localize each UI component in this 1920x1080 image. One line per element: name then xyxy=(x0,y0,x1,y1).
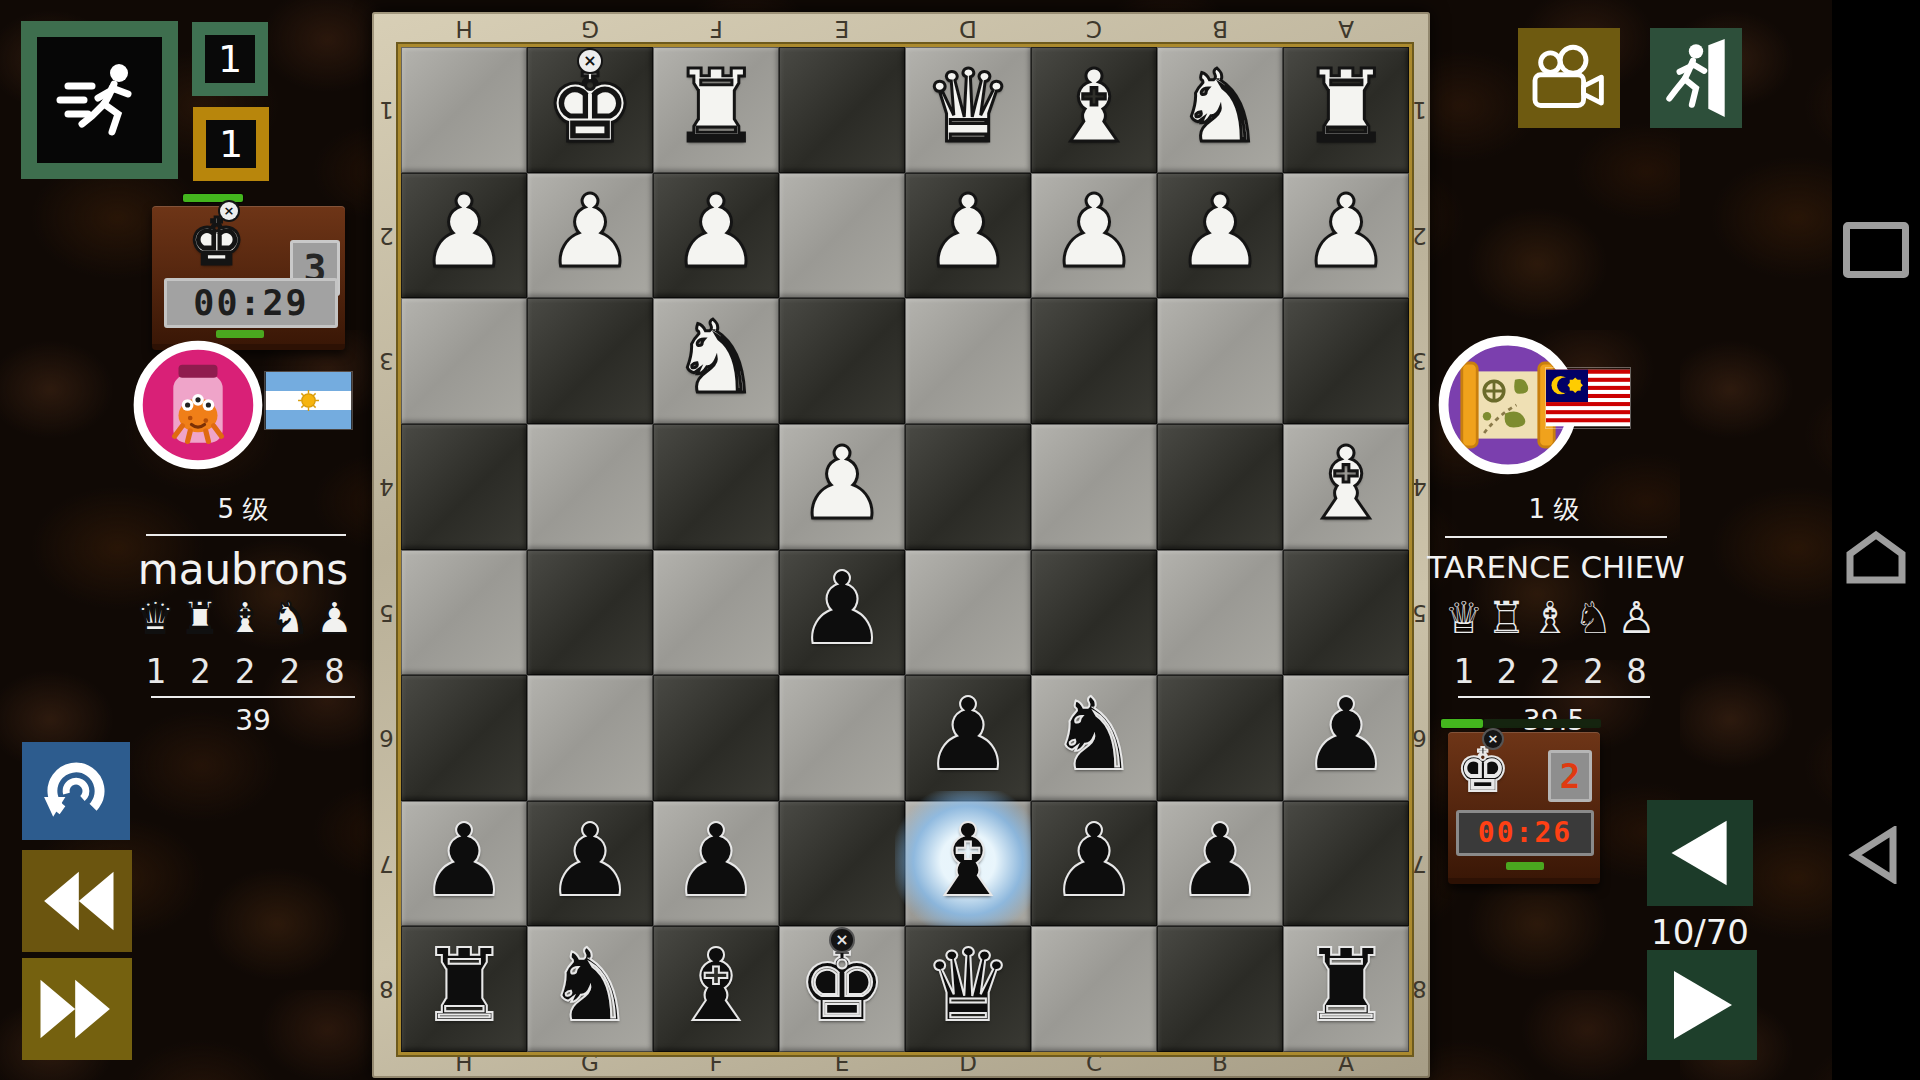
square-f2[interactable]: ♟ xyxy=(653,173,779,299)
square-a8[interactable]: ♜ xyxy=(1283,926,1409,1052)
chess-app-screen: HGFEDCBA HGFEDCBA 12345678 12345678 ♚×♜♛… xyxy=(0,0,1920,1080)
square-a4[interactable]: ♝ xyxy=(1283,424,1409,550)
rank-label: 6 xyxy=(372,675,401,801)
speed-mode-button[interactable] xyxy=(21,21,178,179)
square-h4[interactable] xyxy=(401,424,527,550)
file-label: A xyxy=(1283,1050,1409,1076)
captured-piece-count: 8 xyxy=(312,652,357,690)
captured-piece-count: 2 xyxy=(267,652,312,690)
square-h8[interactable]: ♜ xyxy=(401,926,527,1052)
square-f3[interactable]: ♞ xyxy=(653,298,779,424)
rank-label: 2 xyxy=(1409,173,1430,299)
right-clock-move-counter: 2 xyxy=(1548,750,1592,802)
rank-label: 7 xyxy=(1409,801,1430,927)
square-e3[interactable] xyxy=(779,298,905,424)
square-a7[interactable] xyxy=(1283,801,1409,927)
piece-bP-e5: ♟ xyxy=(797,559,887,659)
file-label: G xyxy=(527,1050,653,1076)
piece-bP-h7: ♟ xyxy=(419,811,509,911)
piece-bP-b7: ♟ xyxy=(1175,811,1265,911)
piece-bP-a6: ♟ xyxy=(1301,685,1391,785)
file-label: D xyxy=(905,1050,1031,1076)
square-f6[interactable] xyxy=(653,675,779,801)
square-a2[interactable]: ♟ xyxy=(1283,173,1409,299)
square-a3[interactable] xyxy=(1283,298,1409,424)
rotate-icon xyxy=(38,753,114,829)
argentina-flag xyxy=(265,372,352,429)
exit-door-icon xyxy=(1664,37,1728,119)
file-label: G xyxy=(527,16,653,42)
fast-backward-icon xyxy=(35,865,119,937)
captured-piece-glyph: ♖ xyxy=(1485,592,1528,644)
king-status-icon: × xyxy=(579,50,601,72)
square-e1[interactable] xyxy=(779,47,905,173)
right-captured-pieces: ♕♖♗♘♙ xyxy=(1442,592,1658,644)
square-b8[interactable] xyxy=(1157,926,1283,1052)
counter-gold: 1 xyxy=(193,107,269,181)
file-label: C xyxy=(1031,1050,1157,1076)
rank-label: 8 xyxy=(372,926,401,1052)
piece-wB-c1: ♝ xyxy=(1049,57,1139,157)
right-captured-counts: 12228 xyxy=(1442,652,1658,690)
fast-forward-icon xyxy=(35,973,119,1045)
square-d5[interactable] xyxy=(905,550,1031,676)
board-files-bottom: HGFEDCBA xyxy=(401,1050,1409,1076)
square-h1[interactable] xyxy=(401,47,527,173)
piece-wN-b1: ♞ xyxy=(1175,57,1265,157)
captured-piece-glyph: ♜ xyxy=(178,592,223,644)
piece-wP-c2: ♟ xyxy=(1049,182,1139,282)
square-d7[interactable]: ♝ xyxy=(905,801,1031,927)
square-e6[interactable] xyxy=(779,675,905,801)
piece-bB-d7: ♝ xyxy=(923,811,1013,911)
running-speed-icon xyxy=(52,58,148,142)
rank-label: 1 xyxy=(1409,47,1430,173)
rank-label: 4 xyxy=(372,424,401,550)
right-player-level: 1 级 xyxy=(1454,492,1654,527)
counter-green: 1 xyxy=(192,22,268,96)
right-clock-progress-bar xyxy=(1441,719,1483,728)
square-d4[interactable] xyxy=(905,424,1031,550)
move-counter: 10/70 xyxy=(1640,912,1760,952)
square-c5[interactable] xyxy=(1031,550,1157,676)
left-player-name: maubrons xyxy=(103,545,383,594)
square-g1[interactable]: ♚× xyxy=(527,47,653,173)
square-f1[interactable]: ♜ xyxy=(653,47,779,173)
captured-piece-count: 2 xyxy=(1485,652,1528,690)
piece-bB-f8: ♝ xyxy=(671,936,761,1036)
square-c7[interactable]: ♟ xyxy=(1031,801,1157,927)
square-c6[interactable]: ♞ xyxy=(1031,675,1157,801)
captured-piece-glyph: ♘ xyxy=(1572,592,1615,644)
divider xyxy=(151,696,355,698)
left-clock-progress-bar xyxy=(183,194,243,202)
recents-icon[interactable] xyxy=(1843,222,1909,278)
board-files-top: HGFEDCBA xyxy=(401,16,1409,42)
piece-bR-h8: ♜ xyxy=(419,936,509,1036)
next-move-button[interactable] xyxy=(1647,950,1757,1060)
king-status-icon: × xyxy=(1484,730,1502,748)
piece-bP-c7: ♟ xyxy=(1049,811,1139,911)
file-label: B xyxy=(1157,16,1283,42)
camera-icon xyxy=(1530,44,1608,112)
piece-wP-g2: ♟ xyxy=(545,182,635,282)
piece-wP-b2: ♟ xyxy=(1175,182,1265,282)
left-player-clock: ♚ × 3 00:29 xyxy=(152,206,345,350)
left-player-score: 39 xyxy=(151,704,355,737)
rank-label: 3 xyxy=(372,298,401,424)
file-label: C xyxy=(1031,16,1157,42)
home-icon[interactable] xyxy=(1844,528,1908,586)
square-e2[interactable] xyxy=(779,173,905,299)
piece-wP-a2: ♟ xyxy=(1301,182,1391,282)
divider xyxy=(1445,536,1667,538)
square-f5[interactable] xyxy=(653,550,779,676)
king-status-icon: × xyxy=(831,929,853,951)
captured-piece-count: 2 xyxy=(178,652,223,690)
square-e4[interactable]: ♟ xyxy=(779,424,905,550)
piece-bR-a8: ♜ xyxy=(1301,936,1391,1036)
square-c2[interactable]: ♟ xyxy=(1031,173,1157,299)
piece-wQ-d1: ♛ xyxy=(923,57,1013,157)
previous-move-button[interactable] xyxy=(1647,800,1753,906)
captured-piece-count: 1 xyxy=(133,652,178,690)
captured-piece-count: 2 xyxy=(1572,652,1615,690)
black-king-clock-icon: ♚ xyxy=(1456,740,1510,800)
file-label: A xyxy=(1283,16,1409,42)
square-f4[interactable] xyxy=(653,424,779,550)
chess-board: HGFEDCBA HGFEDCBA 12345678 12345678 ♚×♜♛… xyxy=(372,12,1430,1078)
square-a5[interactable] xyxy=(1283,550,1409,676)
piece-wP-e4: ♟ xyxy=(797,434,887,534)
right-player-name: TARENCE CHIEW xyxy=(1420,549,1692,585)
square-g8[interactable]: ♞ xyxy=(527,926,653,1052)
square-g3[interactable] xyxy=(527,298,653,424)
left-clock-led xyxy=(216,330,264,338)
captured-piece-count: 8 xyxy=(1615,652,1658,690)
divider xyxy=(1458,696,1650,698)
captured-piece-glyph: ♟ xyxy=(312,592,357,644)
square-c3[interactable] xyxy=(1031,298,1157,424)
exit-button[interactable] xyxy=(1650,28,1742,128)
piece-bP-d6: ♟ xyxy=(923,685,1013,785)
square-d1[interactable]: ♛ xyxy=(905,47,1031,173)
captured-piece-glyph: ♞ xyxy=(267,592,312,644)
right-clock-time: 00:26 xyxy=(1456,810,1594,856)
square-f7[interactable]: ♟ xyxy=(653,801,779,927)
file-label: H xyxy=(401,16,527,42)
square-e8[interactable]: ♚× xyxy=(779,926,905,1052)
square-g5[interactable] xyxy=(527,550,653,676)
piece-bP-g7: ♟ xyxy=(545,811,635,911)
square-g2[interactable]: ♟ xyxy=(527,173,653,299)
square-g4[interactable] xyxy=(527,424,653,550)
record-video-button[interactable] xyxy=(1518,28,1620,128)
file-label: H xyxy=(401,1050,527,1076)
file-label: F xyxy=(653,16,779,42)
play-next-move-icon xyxy=(1662,965,1742,1045)
square-c4[interactable] xyxy=(1031,424,1157,550)
left-player-level: 5 级 xyxy=(143,492,343,527)
file-label: F xyxy=(653,1050,779,1076)
square-g7[interactable]: ♟ xyxy=(527,801,653,927)
rewind-button[interactable] xyxy=(22,850,132,952)
file-label: B xyxy=(1157,1050,1283,1076)
square-d3[interactable] xyxy=(905,298,1031,424)
square-e5[interactable]: ♟ xyxy=(779,550,905,676)
piece-bN-g8: ♞ xyxy=(545,936,635,1036)
previous-move-icon xyxy=(1662,815,1738,891)
rank-label: 2 xyxy=(372,173,401,299)
square-h2[interactable]: ♟ xyxy=(401,173,527,299)
piece-wR-a1: ♜ xyxy=(1301,57,1391,157)
square-b5[interactable] xyxy=(1157,550,1283,676)
square-e7[interactable] xyxy=(779,801,905,927)
file-label: E xyxy=(779,1050,905,1076)
piece-bP-f7: ♟ xyxy=(671,811,761,911)
square-b7[interactable]: ♟ xyxy=(1157,801,1283,927)
left-captured-pieces: ♛♜♝♞♟ xyxy=(133,592,357,644)
square-h6[interactable] xyxy=(401,675,527,801)
left-player-avatar[interactable] xyxy=(133,340,263,470)
piece-bQ-d8: ♛ xyxy=(923,936,1013,1036)
rank-label: 3 xyxy=(1409,298,1430,424)
king-status-icon: × xyxy=(220,202,238,220)
square-b1[interactable]: ♞ xyxy=(1157,47,1283,173)
square-h7[interactable]: ♟ xyxy=(401,801,527,927)
square-d8[interactable]: ♛ xyxy=(905,926,1031,1052)
square-b3[interactable] xyxy=(1157,298,1283,424)
divider xyxy=(146,534,346,536)
rotate-board-button[interactable] xyxy=(22,742,130,840)
rank-label: 7 xyxy=(372,801,401,927)
malaysia-flag xyxy=(1546,368,1630,428)
captured-piece-glyph: ♕ xyxy=(1442,592,1485,644)
square-c1[interactable]: ♝ xyxy=(1031,47,1157,173)
square-c8[interactable] xyxy=(1031,926,1157,1052)
captured-piece-glyph: ♝ xyxy=(223,592,268,644)
rank-label: 1 xyxy=(372,47,401,173)
captured-piece-count: 1 xyxy=(1442,652,1485,690)
captured-piece-glyph: ♛ xyxy=(133,592,178,644)
piece-wR-f1: ♜ xyxy=(671,57,761,157)
square-f8[interactable]: ♝ xyxy=(653,926,779,1052)
captured-piece-count: 2 xyxy=(223,652,268,690)
square-b2[interactable]: ♟ xyxy=(1157,173,1283,299)
square-d2[interactable]: ♟ xyxy=(905,173,1031,299)
square-b4[interactable] xyxy=(1157,424,1283,550)
square-a1[interactable]: ♜ xyxy=(1283,47,1409,173)
android-navigation-bar xyxy=(1832,0,1920,1080)
white-king-clock-icon: ♚ xyxy=(188,210,245,274)
file-label: E xyxy=(779,16,905,42)
piece-wP-d2: ♟ xyxy=(923,182,1013,282)
piece-wN-f3: ♞ xyxy=(671,308,761,408)
rank-label: 6 xyxy=(1409,675,1430,801)
square-b6[interactable] xyxy=(1157,675,1283,801)
piece-bN-c6: ♞ xyxy=(1049,685,1139,785)
board-squares: ♚×♜♛♝♞♜♟♟♟♟♟♟♟♞♟♝♟♟♞♟♟♟♟♝♟♟♜♞♝♚×♛♜ xyxy=(401,47,1409,1052)
piece-wB-a4: ♝ xyxy=(1301,434,1391,534)
right-clock-led xyxy=(1506,862,1544,870)
captured-piece-count: 2 xyxy=(1528,652,1571,690)
back-icon[interactable] xyxy=(1847,826,1905,884)
left-clock-time: 00:29 xyxy=(164,278,338,328)
right-player-clock: ♚ × 2 00:26 xyxy=(1448,732,1600,884)
rank-label: 4 xyxy=(1409,424,1430,550)
square-h5[interactable] xyxy=(401,550,527,676)
captured-piece-glyph: ♙ xyxy=(1615,592,1658,644)
piece-wP-f2: ♟ xyxy=(671,182,761,282)
square-d6[interactable]: ♟ xyxy=(905,675,1031,801)
square-a6[interactable]: ♟ xyxy=(1283,675,1409,801)
square-g6[interactable] xyxy=(527,675,653,801)
piece-wP-h2: ♟ xyxy=(419,182,509,282)
rank-label: 8 xyxy=(1409,926,1430,1052)
file-label: D xyxy=(905,16,1031,42)
right-clock-progress-track xyxy=(1483,719,1601,728)
captured-piece-glyph: ♗ xyxy=(1528,592,1571,644)
fast-forward-button[interactable] xyxy=(22,958,132,1060)
square-h3[interactable] xyxy=(401,298,527,424)
left-captured-counts: 12228 xyxy=(133,652,357,690)
